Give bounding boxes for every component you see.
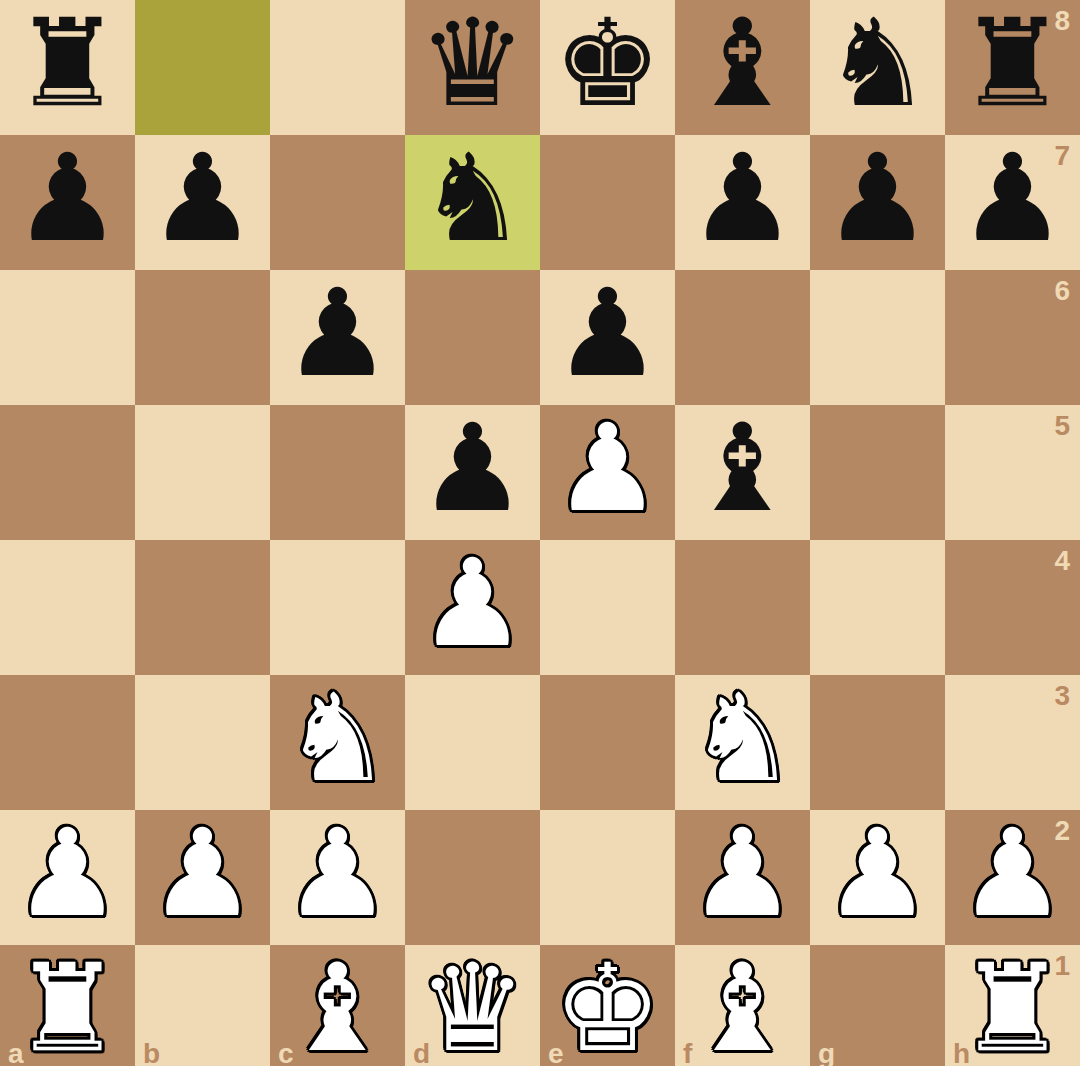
white-pawn[interactable]: ♟ [283,813,391,934]
square-e1[interactable]: ♚e [540,945,675,1066]
square-f3[interactable]: ♞ [675,675,810,810]
square-d8[interactable]: ♛ [405,0,540,135]
black-pawn[interactable]: ♟ [553,273,661,394]
white-queen[interactable]: ♛ [418,948,526,1066]
coord-rank-5: 5 [1054,412,1070,440]
white-pawn[interactable]: ♟ [13,813,121,934]
square-h5[interactable]: 5 [945,405,1080,540]
coord-rank-6: 6 [1054,277,1070,305]
square-c3[interactable]: ♞ [270,675,405,810]
square-c8[interactable] [270,0,405,135]
white-pawn[interactable]: ♟ [148,813,256,934]
white-pawn[interactable]: ♟ [823,813,931,934]
square-b6[interactable] [135,270,270,405]
square-d5[interactable]: ♟ [405,405,540,540]
square-g5[interactable] [810,405,945,540]
square-b7[interactable]: ♟ [135,135,270,270]
square-e3[interactable] [540,675,675,810]
square-a4[interactable] [0,540,135,675]
chess-app: ♜♛♚♝♞♜8♟♟♞♟♟♟7♟♟6♟♟♝5♟4♞♞3♟♟♟♟♟♟2♜ab♝c♛d… [0,0,1080,1066]
square-c6[interactable]: ♟ [270,270,405,405]
square-a3[interactable] [0,675,135,810]
white-pawn[interactable]: ♟ [688,813,796,934]
square-d3[interactable] [405,675,540,810]
black-pawn[interactable]: ♟ [688,138,796,259]
white-pawn[interactable]: ♟ [553,408,661,529]
square-e7[interactable] [540,135,675,270]
square-b2[interactable]: ♟ [135,810,270,945]
black-rook[interactable]: ♜ [958,3,1066,124]
coord-rank-4: 4 [1054,547,1070,575]
square-b8[interactable] [135,0,270,135]
square-f7[interactable]: ♟ [675,135,810,270]
square-a6[interactable] [0,270,135,405]
square-h2[interactable]: ♟2 [945,810,1080,945]
square-b1[interactable]: b [135,945,270,1066]
coord-file-b: b [143,1040,160,1066]
square-c5[interactable] [270,405,405,540]
white-pawn[interactable]: ♟ [958,813,1066,934]
square-d2[interactable] [405,810,540,945]
coord-file-g: g [818,1040,835,1066]
square-e2[interactable] [540,810,675,945]
black-bishop[interactable]: ♝ [688,408,796,529]
square-a1[interactable]: ♜a [0,945,135,1066]
black-pawn[interactable]: ♟ [823,138,931,259]
square-f6[interactable] [675,270,810,405]
white-knight[interactable]: ♞ [283,678,391,799]
square-e8[interactable]: ♚ [540,0,675,135]
square-a8[interactable]: ♜ [0,0,135,135]
square-h1[interactable]: ♜1h [945,945,1080,1066]
square-h4[interactable]: 4 [945,540,1080,675]
black-knight[interactable]: ♞ [418,138,526,259]
square-e6[interactable]: ♟ [540,270,675,405]
square-h3[interactable]: 3 [945,675,1080,810]
black-pawn[interactable]: ♟ [148,138,256,259]
square-c4[interactable] [270,540,405,675]
square-g8[interactable]: ♞ [810,0,945,135]
square-d1[interactable]: ♛d [405,945,540,1066]
square-e4[interactable] [540,540,675,675]
square-c2[interactable]: ♟ [270,810,405,945]
black-knight[interactable]: ♞ [823,3,931,124]
square-a2[interactable]: ♟ [0,810,135,945]
square-f5[interactable]: ♝ [675,405,810,540]
square-d6[interactable] [405,270,540,405]
square-f2[interactable]: ♟ [675,810,810,945]
square-c7[interactable] [270,135,405,270]
square-f1[interactable]: ♝f [675,945,810,1066]
square-f8[interactable]: ♝ [675,0,810,135]
black-pawn[interactable]: ♟ [958,138,1066,259]
square-h7[interactable]: ♟7 [945,135,1080,270]
chess-board: ♜♛♚♝♞♜8♟♟♞♟♟♟7♟♟6♟♟♝5♟4♞♞3♟♟♟♟♟♟2♜ab♝c♛d… [0,0,1080,1066]
black-pawn[interactable]: ♟ [283,273,391,394]
square-b3[interactable] [135,675,270,810]
black-king[interactable]: ♚ [553,3,661,124]
white-rook[interactable]: ♜ [13,948,121,1066]
square-g7[interactable]: ♟ [810,135,945,270]
square-d7[interactable]: ♞ [405,135,540,270]
white-king[interactable]: ♚ [553,948,661,1066]
square-e5[interactable]: ♟ [540,405,675,540]
white-knight[interactable]: ♞ [688,678,796,799]
square-d4[interactable]: ♟ [405,540,540,675]
square-c1[interactable]: ♝c [270,945,405,1066]
square-g3[interactable] [810,675,945,810]
black-pawn[interactable]: ♟ [13,138,121,259]
square-g2[interactable]: ♟ [810,810,945,945]
white-bishop[interactable]: ♝ [688,948,796,1066]
black-queen[interactable]: ♛ [418,3,526,124]
black-rook[interactable]: ♜ [13,3,121,124]
square-g6[interactable] [810,270,945,405]
black-bishop[interactable]: ♝ [688,3,796,124]
black-pawn[interactable]: ♟ [418,408,526,529]
white-rook[interactable]: ♜ [958,948,1066,1066]
square-b5[interactable] [135,405,270,540]
coord-rank-3: 3 [1054,682,1070,710]
square-h8[interactable]: ♜8 [945,0,1080,135]
square-a5[interactable] [0,405,135,540]
square-a7[interactable]: ♟ [0,135,135,270]
white-bishop[interactable]: ♝ [283,948,391,1066]
square-h6[interactable]: 6 [945,270,1080,405]
square-g4[interactable] [810,540,945,675]
square-g1[interactable]: g [810,945,945,1066]
square-b4[interactable] [135,540,270,675]
square-f4[interactable] [675,540,810,675]
white-pawn[interactable]: ♟ [418,543,526,664]
